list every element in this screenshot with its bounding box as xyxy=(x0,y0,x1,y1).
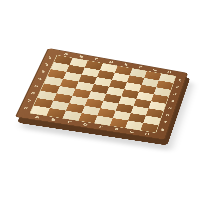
board-squares-grid xyxy=(30,55,175,132)
rank-label-right-2: 2 xyxy=(171,83,184,92)
rank-label-right-4: 4 xyxy=(166,97,179,106)
chessboard-product-photo: ABCDEFGH ABCDEFGH 12345678 12345678 xyxy=(0,0,200,200)
square-h8 xyxy=(140,123,158,133)
rank-label-right-1: 1 xyxy=(173,76,186,85)
rank-label-right-3: 3 xyxy=(168,90,181,99)
